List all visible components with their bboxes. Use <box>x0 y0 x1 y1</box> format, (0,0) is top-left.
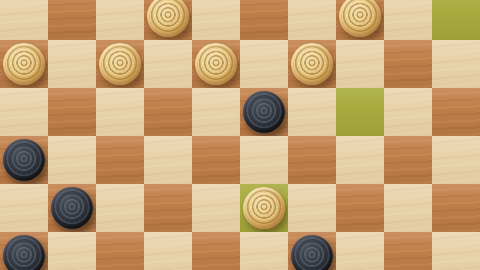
black-checker-piece[interactable] <box>51 187 93 229</box>
square-r5c6[interactable] <box>288 232 336 270</box>
square-r5c9[interactable] <box>432 232 480 270</box>
square-r5c1[interactable] <box>48 232 96 270</box>
square-r2c6[interactable] <box>288 88 336 136</box>
square-r1c1[interactable] <box>48 40 96 88</box>
square-r1c4[interactable] <box>192 40 240 88</box>
square-r0c2[interactable] <box>96 0 144 40</box>
black-checker-piece[interactable] <box>291 235 333 270</box>
square-r0c9-highlighted[interactable] <box>432 0 480 40</box>
square-r3c3[interactable] <box>144 136 192 184</box>
white-checker-piece[interactable] <box>99 43 141 85</box>
white-checker-piece[interactable] <box>291 43 333 85</box>
square-r0c6[interactable] <box>288 0 336 40</box>
square-r3c1[interactable] <box>48 136 96 184</box>
square-r4c8[interactable] <box>384 184 432 232</box>
square-r1c0[interactable] <box>0 40 48 88</box>
square-r0c3[interactable] <box>144 0 192 40</box>
square-r4c3[interactable] <box>144 184 192 232</box>
square-r2c3[interactable] <box>144 88 192 136</box>
square-r1c9[interactable] <box>432 40 480 88</box>
square-r2c0[interactable] <box>0 88 48 136</box>
checkers-board <box>0 0 480 270</box>
square-r5c0[interactable] <box>0 232 48 270</box>
square-r3c4[interactable] <box>192 136 240 184</box>
square-r3c7[interactable] <box>336 136 384 184</box>
white-checker-piece[interactable] <box>147 0 189 37</box>
square-r4c9[interactable] <box>432 184 480 232</box>
square-r4c1[interactable] <box>48 184 96 232</box>
square-r3c2[interactable] <box>96 136 144 184</box>
square-r1c5[interactable] <box>240 40 288 88</box>
square-r5c5[interactable] <box>240 232 288 270</box>
black-checker-piece[interactable] <box>3 235 45 270</box>
square-r2c5[interactable] <box>240 88 288 136</box>
square-r0c4[interactable] <box>192 0 240 40</box>
square-r4c6[interactable] <box>288 184 336 232</box>
black-checker-piece[interactable] <box>3 139 45 181</box>
white-checker-piece[interactable] <box>3 43 45 85</box>
square-r2c7-highlighted[interactable] <box>336 88 384 136</box>
black-checker-piece[interactable] <box>243 91 285 133</box>
square-r4c5-highlighted[interactable] <box>240 184 288 232</box>
square-r0c8[interactable] <box>384 0 432 40</box>
square-r3c0[interactable] <box>0 136 48 184</box>
square-r5c4[interactable] <box>192 232 240 270</box>
white-checker-piece[interactable] <box>339 0 381 37</box>
square-r5c7[interactable] <box>336 232 384 270</box>
square-r3c5[interactable] <box>240 136 288 184</box>
square-r2c2[interactable] <box>96 88 144 136</box>
square-r3c9[interactable] <box>432 136 480 184</box>
square-r0c5[interactable] <box>240 0 288 40</box>
white-checker-piece[interactable] <box>243 187 285 229</box>
square-r1c2[interactable] <box>96 40 144 88</box>
white-checker-piece[interactable] <box>195 43 237 85</box>
square-r4c7[interactable] <box>336 184 384 232</box>
square-r5c3[interactable] <box>144 232 192 270</box>
square-r1c6[interactable] <box>288 40 336 88</box>
square-r0c0[interactable] <box>0 0 48 40</box>
square-r4c0[interactable] <box>0 184 48 232</box>
square-r1c8[interactable] <box>384 40 432 88</box>
square-r4c4[interactable] <box>192 184 240 232</box>
square-r5c2[interactable] <box>96 232 144 270</box>
square-r3c6[interactable] <box>288 136 336 184</box>
square-r1c3[interactable] <box>144 40 192 88</box>
square-r1c7[interactable] <box>336 40 384 88</box>
game-viewport <box>0 0 480 270</box>
square-r2c9[interactable] <box>432 88 480 136</box>
square-r0c1[interactable] <box>48 0 96 40</box>
square-r2c1[interactable] <box>48 88 96 136</box>
square-r5c8[interactable] <box>384 232 432 270</box>
square-r2c8[interactable] <box>384 88 432 136</box>
square-r0c7[interactable] <box>336 0 384 40</box>
square-r2c4[interactable] <box>192 88 240 136</box>
square-r4c2[interactable] <box>96 184 144 232</box>
square-r3c8[interactable] <box>384 136 432 184</box>
